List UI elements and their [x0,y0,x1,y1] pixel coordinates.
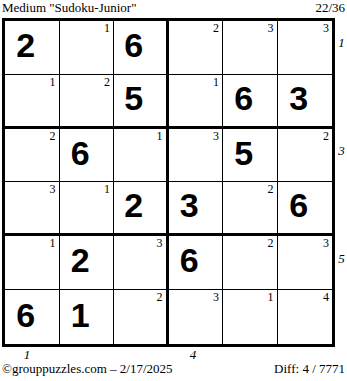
col-marker-1: 1 [21,347,33,362]
cell-r3c3[interactable]: 1 [114,129,169,183]
cell-r1c6[interactable]: 3 [278,21,333,75]
cell-r6c6[interactable]: 4 [278,290,333,344]
cell-r5c3[interactable]: 3 [114,236,169,290]
cell-mark: 2 [323,129,329,143]
cell-r5c4[interactable]: 6 [169,236,224,290]
cell-value: 5 [217,127,271,180]
cell-r5c6[interactable]: 3 [278,236,333,290]
cell-r4c6[interactable]: 6 [278,182,333,236]
cell-r1c2[interactable]: 1 [60,21,115,75]
cell-value: 1 [54,288,108,342]
cell-r6c4[interactable]: 3 [169,290,224,344]
cell-value: 6 [217,73,271,124]
cell-mark: 2 [213,21,219,35]
page-footer: ©grouppuzzles.com – 2/17/2025 Diff: 4 / … [2,361,345,377]
cell-r5c5[interactable]: 2 [223,236,278,290]
cell-value: 6 [272,180,327,231]
cell-r1c1[interactable]: 2 [5,21,60,75]
cell-r3c5[interactable]: 5 [223,129,278,183]
cell-r6c3[interactable]: 2 [114,290,169,344]
cell-r2c5[interactable]: 6 [223,75,278,129]
copyright-text: ©grouppuzzles.com – 2/17/2025 [2,361,173,377]
cell-mark: 3 [323,236,329,250]
col-marker-4: 4 [187,347,199,362]
cell-mark: 3 [213,290,219,304]
cell-r6c5[interactable]: 1 [223,290,278,344]
cell-mark: 1 [50,75,56,89]
cell-r2c4[interactable]: 1 [169,75,224,129]
row-marker-5: 5 [336,250,347,268]
sudoku-board: 216233125163261352312326123623612314 [2,18,335,347]
cell-mark: 2 [157,290,163,304]
row-marker-1: 1 [336,34,347,52]
cell-r4c5[interactable]: 2 [223,182,278,236]
cell-mark: 3 [50,182,56,196]
cell-r4c1[interactable]: 3 [5,182,60,236]
cell-r4c3[interactable]: 2 [114,182,169,236]
cell-mark: 3 [323,21,329,35]
cell-value: 2 [54,234,108,287]
cell-value: 6 [163,234,217,287]
cell-r2c3[interactable]: 5 [114,75,169,129]
cell-mark: 4 [323,290,329,304]
cell-value: 6 [108,19,160,72]
cell-r3c2[interactable]: 6 [60,129,115,183]
cell-value: 2 [0,19,53,72]
cell-r2c1[interactable]: 1 [5,75,60,129]
cell-r5c1[interactable]: 1 [5,236,60,290]
cell-r6c1[interactable]: 6 [5,290,60,344]
cell-r4c2[interactable]: 1 [60,182,115,236]
remaining-counter: 22/36 [315,0,345,16]
puzzle-title: Medium "Sudoku-Junior" [2,0,136,16]
cell-r3c4[interactable]: 3 [169,129,224,183]
cell-mark: 1 [157,129,163,143]
cell-r3c6[interactable]: 2 [278,129,333,183]
difficulty-text: Diff: 4 / 7771 [274,361,345,377]
puzzle-page: Medium "Sudoku-Junior" 22/36 21623312516… [0,0,347,381]
page-header: Medium "Sudoku-Junior" 22/36 [2,0,345,16]
cell-value: 6 [0,288,53,342]
cell-r1c5[interactable]: 3 [223,21,278,75]
cell-r1c4[interactable]: 2 [169,21,224,75]
cell-value: 5 [108,73,160,124]
cell-value: 3 [163,180,217,231]
cell-r4c4[interactable]: 3 [169,182,224,236]
cell-r5c2[interactable]: 2 [60,236,115,290]
cell-r6c2[interactable]: 1 [60,290,115,344]
cell-value: 3 [272,73,327,124]
cell-value: 6 [54,127,108,180]
cell-mark: 1 [268,290,274,304]
cell-mark: 2 [268,236,274,250]
cell-r2c2[interactable]: 2 [60,75,115,129]
row-marker-3: 3 [336,142,347,160]
cell-value: 2 [108,180,160,231]
cell-mark: 3 [268,21,274,35]
cell-r3c1[interactable]: 2 [5,129,60,183]
cell-r1c3[interactable]: 6 [114,21,169,75]
cell-r2c6[interactable]: 3 [278,75,333,129]
